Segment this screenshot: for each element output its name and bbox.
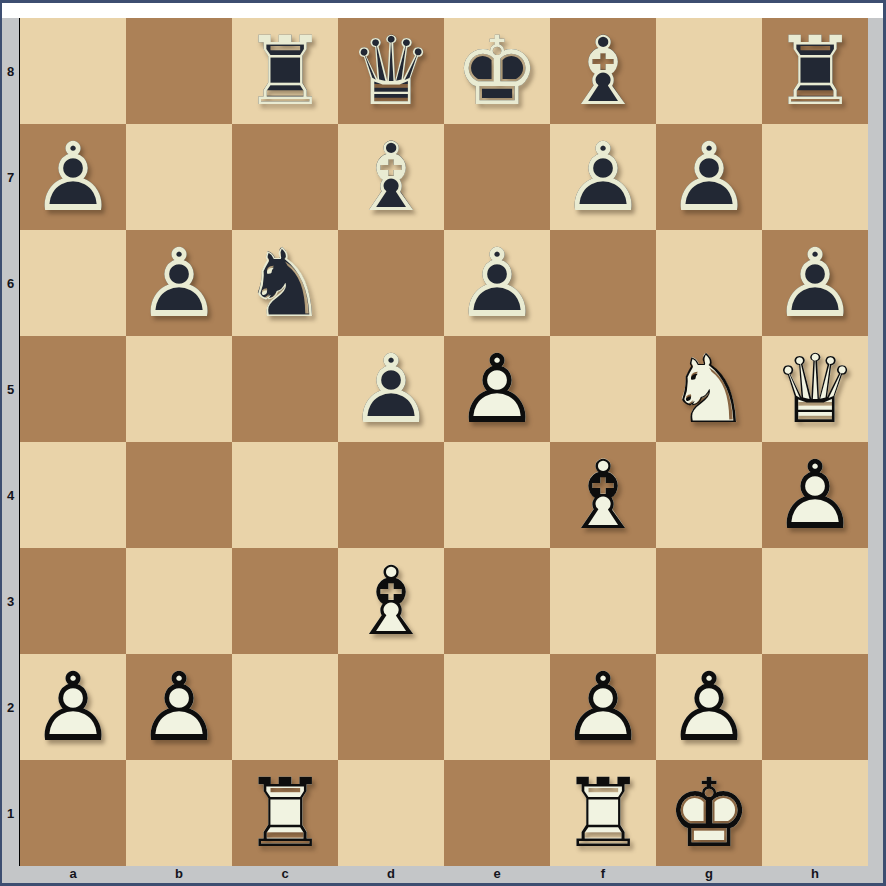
square-b3[interactable] [126, 548, 232, 654]
square-e1[interactable] [444, 760, 550, 866]
pawn-glyph-outline: ♙ [656, 654, 762, 760]
square-g8[interactable] [656, 18, 762, 124]
square-e5[interactable]: ♟♙ [444, 336, 550, 442]
top-white-band [2, 3, 883, 18]
file-label-d: d [338, 866, 444, 883]
piece-black-pawn[interactable]: ♟♙ [444, 230, 550, 336]
square-d8[interactable]: ♛♕ [338, 18, 444, 124]
knight-glyph-outline: ♘ [656, 336, 762, 442]
pawn-glyph-outline: ♙ [550, 654, 656, 760]
file-label-f: f [550, 866, 656, 883]
rank-label-2: 2 [2, 654, 19, 760]
piece-white-pawn[interactable]: ♟♙ [656, 654, 762, 760]
board: ♜♖♛♕♚♔♝♗♜♖♟♙♝♗♟♙♟♙♟♙♞♘♟♙♟♙♟♙♟♙♞♘♛♕♝♗♟♙♝♗… [19, 18, 868, 866]
file-label-c: c [232, 866, 338, 883]
square-c4[interactable] [232, 442, 338, 548]
square-d3[interactable]: ♝♗ [338, 548, 444, 654]
bishop-glyph-outline: ♗ [550, 18, 656, 124]
file-label-b: b [126, 866, 232, 883]
square-b6[interactable]: ♟♙ [126, 230, 232, 336]
piece-black-pawn[interactable]: ♟♙ [126, 230, 232, 336]
piece-black-rook[interactable]: ♜♖ [232, 18, 338, 124]
piece-white-pawn[interactable]: ♟♙ [20, 654, 126, 760]
pawn-glyph-outline: ♙ [762, 442, 868, 548]
square-b5[interactable] [126, 336, 232, 442]
square-f8[interactable]: ♝♗ [550, 18, 656, 124]
square-b8[interactable] [126, 18, 232, 124]
piece-black-queen[interactable]: ♛♕ [338, 18, 444, 124]
pawn-glyph-outline: ♙ [126, 230, 232, 336]
rook-glyph-outline: ♖ [550, 760, 656, 866]
pawn-glyph-outline: ♙ [762, 230, 868, 336]
piece-white-pawn[interactable]: ♟♙ [762, 442, 868, 548]
square-h2[interactable] [762, 654, 868, 760]
square-c1[interactable]: ♜♖ [232, 760, 338, 866]
square-d2[interactable] [338, 654, 444, 760]
square-a4[interactable] [20, 442, 126, 548]
square-h3[interactable] [762, 548, 868, 654]
square-e8[interactable]: ♚♔ [444, 18, 550, 124]
square-d7[interactable]: ♝♗ [338, 124, 444, 230]
rank-label-7: 7 [2, 124, 19, 230]
file-labels: abcdefgh [20, 866, 868, 883]
square-b2[interactable]: ♟♙ [126, 654, 232, 760]
square-c3[interactable] [232, 548, 338, 654]
square-d4[interactable] [338, 442, 444, 548]
square-c8[interactable]: ♜♖ [232, 18, 338, 124]
piece-white-bishop[interactable]: ♝♗ [338, 548, 444, 654]
square-c5[interactable] [232, 336, 338, 442]
square-g2[interactable]: ♟♙ [656, 654, 762, 760]
rank-labels: 87654321 [2, 18, 19, 866]
square-d5[interactable]: ♟♙ [338, 336, 444, 442]
square-g7[interactable]: ♟♙ [656, 124, 762, 230]
square-e3[interactable] [444, 548, 550, 654]
chess-diagram: 87654321 ♜♖♛♕♚♔♝♗♜♖♟♙♝♗♟♙♟♙♟♙♞♘♟♙♟♙♟♙♟♙♞… [0, 0, 886, 886]
square-a6[interactable] [20, 230, 126, 336]
square-h1[interactable] [762, 760, 868, 866]
piece-white-rook[interactable]: ♜♖ [232, 760, 338, 866]
square-f7[interactable]: ♟♙ [550, 124, 656, 230]
square-g5[interactable]: ♞♘ [656, 336, 762, 442]
piece-black-pawn[interactable]: ♟♙ [762, 230, 868, 336]
pawn-glyph-outline: ♙ [656, 124, 762, 230]
square-b7[interactable] [126, 124, 232, 230]
queen-glyph-outline: ♕ [338, 18, 444, 124]
file-label-g: g [656, 866, 762, 883]
piece-white-knight[interactable]: ♞♘ [656, 336, 762, 442]
bishop-glyph-outline: ♗ [550, 442, 656, 548]
piece-black-knight[interactable]: ♞♘ [232, 230, 338, 336]
pawn-glyph-outline: ♙ [20, 654, 126, 760]
square-e6[interactable]: ♟♙ [444, 230, 550, 336]
rank-label-4: 4 [2, 442, 19, 548]
piece-black-bishop[interactable]: ♝♗ [338, 124, 444, 230]
square-c6[interactable]: ♞♘ [232, 230, 338, 336]
square-f5[interactable] [550, 336, 656, 442]
piece-white-pawn[interactable]: ♟♙ [550, 654, 656, 760]
square-a5[interactable] [20, 336, 126, 442]
rook-glyph-outline: ♖ [232, 18, 338, 124]
square-h4[interactable]: ♟♙ [762, 442, 868, 548]
piece-black-pawn[interactable]: ♟♙ [338, 336, 444, 442]
piece-black-king[interactable]: ♚♔ [444, 18, 550, 124]
king-glyph-outline: ♔ [656, 760, 762, 866]
square-b1[interactable] [126, 760, 232, 866]
square-a1[interactable] [20, 760, 126, 866]
pawn-glyph-outline: ♙ [126, 654, 232, 760]
square-h6[interactable]: ♟♙ [762, 230, 868, 336]
rook-glyph-outline: ♖ [232, 760, 338, 866]
rank-label-5: 5 [2, 336, 19, 442]
square-a2[interactable]: ♟♙ [20, 654, 126, 760]
piece-white-bishop[interactable]: ♝♗ [550, 442, 656, 548]
square-h5[interactable]: ♛♕ [762, 336, 868, 442]
king-glyph-outline: ♔ [444, 18, 550, 124]
square-g3[interactable] [656, 548, 762, 654]
square-g1[interactable]: ♚♔ [656, 760, 762, 866]
pawn-glyph-outline: ♙ [444, 336, 550, 442]
bishop-glyph-outline: ♗ [338, 124, 444, 230]
square-h8[interactable]: ♜♖ [762, 18, 868, 124]
bishop-glyph-outline: ♗ [338, 548, 444, 654]
file-label-e: e [444, 866, 550, 883]
piece-black-bishop[interactable]: ♝♗ [550, 18, 656, 124]
square-a3[interactable] [20, 548, 126, 654]
square-c7[interactable] [232, 124, 338, 230]
piece-black-rook[interactable]: ♜♖ [762, 18, 868, 124]
square-e2[interactable] [444, 654, 550, 760]
square-f3[interactable] [550, 548, 656, 654]
knight-glyph-outline: ♘ [232, 230, 338, 336]
square-e7[interactable] [444, 124, 550, 230]
piece-black-pawn[interactable]: ♟♙ [656, 124, 762, 230]
piece-white-pawn[interactable]: ♟♙ [126, 654, 232, 760]
pawn-glyph-outline: ♙ [444, 230, 550, 336]
rank-label-6: 6 [2, 230, 19, 336]
square-e4[interactable] [444, 442, 550, 548]
square-c2[interactable] [232, 654, 338, 760]
square-a8[interactable] [20, 18, 126, 124]
square-f4[interactable]: ♝♗ [550, 442, 656, 548]
file-label-a: a [20, 866, 126, 883]
square-f2[interactable]: ♟♙ [550, 654, 656, 760]
rank-label-1: 1 [2, 760, 19, 866]
piece-white-pawn[interactable]: ♟♙ [444, 336, 550, 442]
pawn-glyph-outline: ♙ [338, 336, 444, 442]
piece-black-pawn[interactable]: ♟♙ [550, 124, 656, 230]
square-h7[interactable] [762, 124, 868, 230]
square-b4[interactable] [126, 442, 232, 548]
square-d1[interactable] [338, 760, 444, 866]
rank-label-8: 8 [2, 18, 19, 124]
piece-black-pawn[interactable]: ♟♙ [20, 124, 126, 230]
square-f1[interactable]: ♜♖ [550, 760, 656, 866]
piece-white-king[interactable]: ♚♔ [656, 760, 762, 866]
square-d6[interactable] [338, 230, 444, 336]
piece-white-rook[interactable]: ♜♖ [550, 760, 656, 866]
piece-white-queen[interactable]: ♛♕ [762, 336, 868, 442]
rook-glyph-outline: ♖ [762, 18, 868, 124]
square-f6[interactable] [550, 230, 656, 336]
square-g6[interactable] [656, 230, 762, 336]
square-a7[interactable]: ♟♙ [20, 124, 126, 230]
file-label-h: h [762, 866, 868, 883]
rank-label-3: 3 [2, 548, 19, 654]
pawn-glyph-outline: ♙ [20, 124, 126, 230]
pawn-glyph-outline: ♙ [550, 124, 656, 230]
square-g4[interactable] [656, 442, 762, 548]
queen-glyph-outline: ♕ [762, 336, 868, 442]
